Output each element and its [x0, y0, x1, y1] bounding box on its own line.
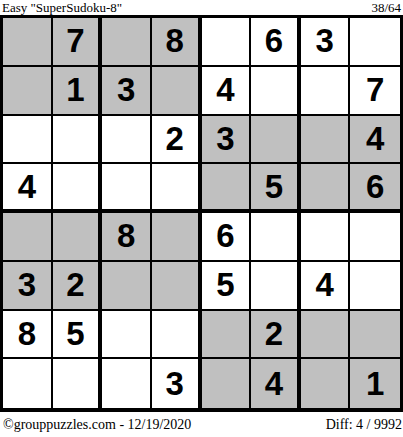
cell-r5c5[interactable]: 6 [202, 213, 252, 262]
cell-r7c3[interactable] [102, 311, 152, 360]
cell-r8c6[interactable]: 4 [251, 359, 301, 408]
cell-r4c8[interactable]: 6 [350, 164, 400, 213]
cell-r2c7[interactable] [301, 67, 351, 116]
cell-r7c6[interactable]: 2 [251, 311, 301, 360]
cell-r5c7[interactable] [301, 213, 351, 262]
cell-r2c6[interactable] [251, 67, 301, 116]
cell-r7c8[interactable] [350, 311, 400, 360]
cell-r7c2[interactable]: 5 [53, 311, 103, 360]
cell-r2c3[interactable]: 3 [102, 67, 152, 116]
cell-r8c1[interactable] [3, 359, 53, 408]
cell-r6c8[interactable] [350, 262, 400, 311]
copyright-date: ©grouppuzzles.com - 12/19/2020 [3, 415, 191, 435]
empty-cell-counter: 38/64 [371, 0, 401, 15]
cell-r4c3[interactable] [102, 164, 152, 213]
cell-r7c7[interactable] [301, 311, 351, 360]
puzzle-page: Easy "SuperSudoku-8" 38/64 7863134723445… [0, 0, 403, 437]
cell-r8c7[interactable] [301, 359, 351, 408]
cell-r6c6[interactable] [251, 262, 301, 311]
difficulty-rating: Diff: 4 / 9992 [326, 415, 402, 435]
cell-r4c5[interactable] [202, 164, 252, 213]
cell-r5c3[interactable]: 8 [102, 213, 152, 262]
cell-r3c8[interactable]: 4 [350, 116, 400, 165]
cell-r8c3[interactable] [102, 359, 152, 408]
cell-r6c5[interactable]: 5 [202, 262, 252, 311]
cell-r1c8[interactable] [350, 18, 400, 67]
cell-r2c8[interactable]: 7 [350, 67, 400, 116]
cell-r7c5[interactable] [202, 311, 252, 360]
cell-r5c2[interactable] [53, 213, 103, 262]
cell-r2c1[interactable] [3, 67, 53, 116]
cell-r2c2[interactable]: 1 [53, 67, 103, 116]
header: Easy "SuperSudoku-8" 38/64 [2, 0, 401, 15]
cell-r1c7[interactable]: 3 [301, 18, 351, 67]
cell-r5c8[interactable] [350, 213, 400, 262]
cell-r1c4[interactable]: 8 [152, 18, 202, 67]
cell-r1c5[interactable] [202, 18, 252, 67]
cell-r3c1[interactable] [3, 116, 53, 165]
cell-r5c4[interactable] [152, 213, 202, 262]
cell-r8c5[interactable] [202, 359, 252, 408]
cell-r5c6[interactable] [251, 213, 301, 262]
sudoku-board: 78631347234456863254852341 [0, 15, 403, 412]
cell-r6c1[interactable]: 3 [3, 262, 53, 311]
cell-r4c1[interactable]: 4 [3, 164, 53, 213]
cell-r8c8[interactable]: 1 [350, 359, 400, 408]
cell-r3c5[interactable]: 3 [202, 116, 252, 165]
cell-r6c7[interactable]: 4 [301, 262, 351, 311]
cell-r3c4[interactable]: 2 [152, 116, 202, 165]
puzzle-title: Easy "SuperSudoku-8" [2, 0, 122, 15]
footer: ©grouppuzzles.com - 12/19/2020 Diff: 4 /… [3, 415, 402, 435]
cell-r7c4[interactable] [152, 311, 202, 360]
cell-r6c3[interactable] [102, 262, 152, 311]
cell-r7c1[interactable]: 8 [3, 311, 53, 360]
cell-r8c2[interactable] [53, 359, 103, 408]
cell-r3c6[interactable] [251, 116, 301, 165]
cell-r4c6[interactable]: 5 [251, 164, 301, 213]
cell-r8c4[interactable]: 3 [152, 359, 202, 408]
cell-r5c1[interactable] [3, 213, 53, 262]
cell-r4c4[interactable] [152, 164, 202, 213]
cell-r1c2[interactable]: 7 [53, 18, 103, 67]
cell-r6c4[interactable] [152, 262, 202, 311]
cell-r4c7[interactable] [301, 164, 351, 213]
cell-r2c4[interactable] [152, 67, 202, 116]
cell-r6c2[interactable]: 2 [53, 262, 103, 311]
cell-r3c3[interactable] [102, 116, 152, 165]
cell-r3c2[interactable] [53, 116, 103, 165]
cell-r1c3[interactable] [102, 18, 152, 67]
cell-r1c1[interactable] [3, 18, 53, 67]
cell-r3c7[interactable] [301, 116, 351, 165]
cell-r4c2[interactable] [53, 164, 103, 213]
cell-r2c5[interactable]: 4 [202, 67, 252, 116]
cell-r1c6[interactable]: 6 [251, 18, 301, 67]
